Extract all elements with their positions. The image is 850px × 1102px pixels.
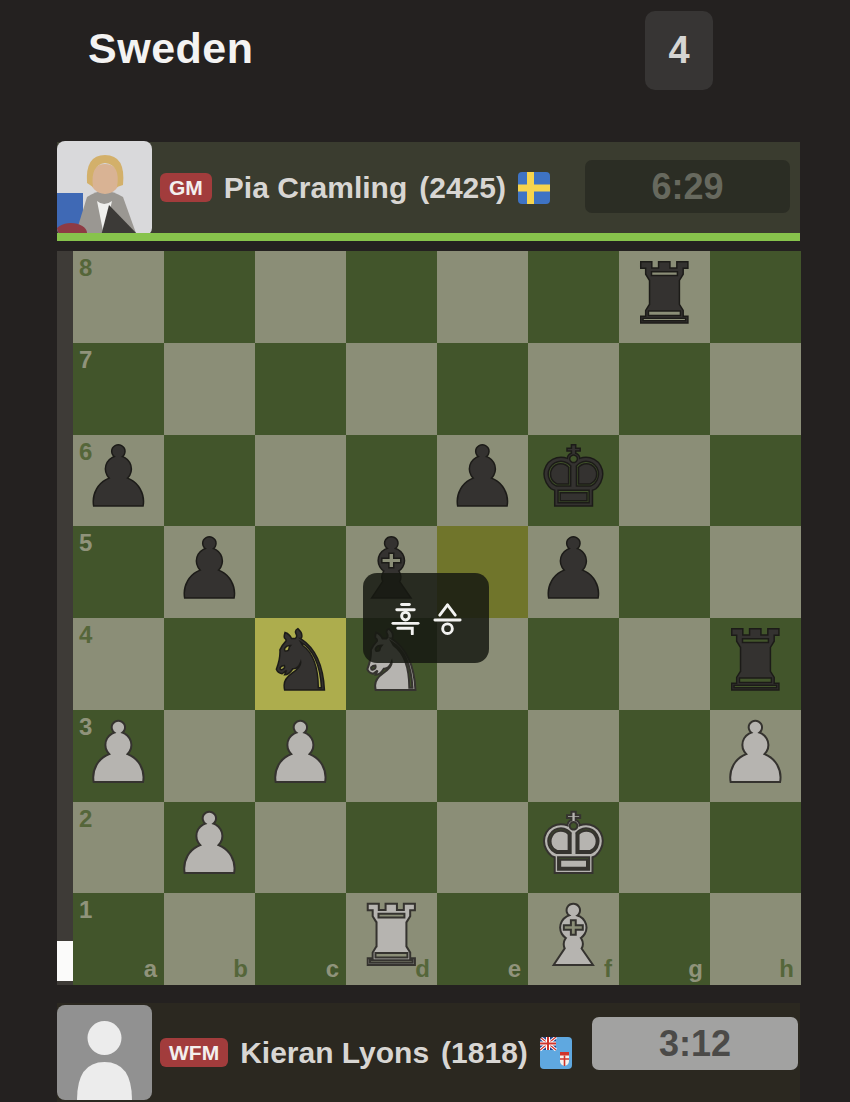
- square-c7[interactable]: [255, 343, 346, 435]
- square-f6[interactable]: ♚: [528, 435, 619, 527]
- top-player-info: GM Pia Cramling (2425): [160, 142, 580, 233]
- file-label: d: [415, 957, 430, 981]
- square-b4[interactable]: [164, 618, 255, 710]
- square-a7[interactable]: 7: [73, 343, 164, 435]
- sweden-flag-icon: [518, 172, 550, 204]
- black-rook: ♜: [710, 618, 801, 710]
- bottom-player-name: Kieran Lyons: [240, 1036, 429, 1070]
- avatar-placeholder-icon: [57, 1005, 152, 1100]
- file-label: c: [326, 957, 339, 981]
- square-b5[interactable]: ♟: [164, 526, 255, 618]
- top-player-clock: 6:29: [585, 160, 790, 213]
- square-d6[interactable]: [346, 435, 437, 527]
- black-pawn: ♟: [164, 526, 255, 618]
- board-area: 8♜76♟♟♚5♟♝♟4♞♞♜3♟♟♟2♟♚1abcd♜ef♝gh 흑 승: [57, 251, 801, 985]
- square-e8[interactable]: [437, 251, 528, 343]
- rank-label: 4: [79, 623, 92, 647]
- square-h6[interactable]: [710, 435, 801, 527]
- square-a4[interactable]: 4: [73, 618, 164, 710]
- square-b1[interactable]: b: [164, 893, 255, 985]
- square-c4[interactable]: ♞: [255, 618, 346, 710]
- file-label: h: [779, 957, 794, 981]
- square-f5[interactable]: ♟: [528, 526, 619, 618]
- white-king: ♚: [528, 802, 619, 894]
- top-player-name: Pia Cramling: [224, 171, 407, 205]
- square-g7[interactable]: [619, 343, 710, 435]
- square-h4[interactable]: ♜: [710, 618, 801, 710]
- square-b6[interactable]: [164, 435, 255, 527]
- hangul-heuk-glyph: [390, 602, 421, 635]
- square-e2[interactable]: [437, 802, 528, 894]
- square-g8[interactable]: ♜: [619, 251, 710, 343]
- bottom-player-title-badge: WFM: [160, 1038, 228, 1067]
- square-g2[interactable]: [619, 802, 710, 894]
- square-b8[interactable]: [164, 251, 255, 343]
- square-c2[interactable]: [255, 802, 346, 894]
- rank-label: 5: [79, 531, 92, 555]
- square-d3[interactable]: [346, 710, 437, 802]
- white-pawn: ♟: [164, 802, 255, 894]
- square-h3[interactable]: ♟: [710, 710, 801, 802]
- black-rook: ♜: [619, 251, 710, 343]
- square-c6[interactable]: [255, 435, 346, 527]
- black-pawn: ♟: [437, 435, 528, 527]
- file-label: a: [144, 957, 157, 981]
- result-tooltip: 흑 승: [363, 573, 489, 663]
- rank-label: 8: [79, 256, 92, 280]
- match-header: Sweden 4: [0, 0, 850, 120]
- square-g6[interactable]: [619, 435, 710, 527]
- bottom-player-avatar: [57, 1005, 152, 1100]
- player-bar-bottom[interactable]: WFM Kieran Lyons (1818) 3:12: [57, 1003, 800, 1102]
- board-count-badge[interactable]: 4: [645, 11, 713, 90]
- file-label: b: [233, 957, 248, 981]
- square-h7[interactable]: [710, 343, 801, 435]
- square-c5[interactable]: [255, 526, 346, 618]
- file-label: e: [508, 957, 521, 981]
- square-e3[interactable]: [437, 710, 528, 802]
- rank-label: 1: [79, 898, 92, 922]
- square-d7[interactable]: [346, 343, 437, 435]
- square-f2[interactable]: ♚: [528, 802, 619, 894]
- square-c8[interactable]: [255, 251, 346, 343]
- square-g5[interactable]: [619, 526, 710, 618]
- top-player-title-badge: GM: [160, 173, 212, 202]
- hangul-seung-glyph: [432, 602, 463, 635]
- square-a3[interactable]: 3♟: [73, 710, 164, 802]
- square-b7[interactable]: [164, 343, 255, 435]
- evaluation-bar-white-segment: [57, 941, 73, 981]
- white-pawn: ♟: [255, 710, 346, 802]
- square-a2[interactable]: 2: [73, 802, 164, 894]
- avatar-photo: [57, 141, 152, 236]
- square-c1[interactable]: c: [255, 893, 346, 985]
- square-d1[interactable]: d♜: [346, 893, 437, 985]
- square-d2[interactable]: [346, 802, 437, 894]
- black-pawn: ♟: [528, 526, 619, 618]
- square-e7[interactable]: [437, 343, 528, 435]
- square-a1[interactable]: 1a: [73, 893, 164, 985]
- fiji-flag-icon: [540, 1037, 572, 1069]
- square-f4[interactable]: [528, 618, 619, 710]
- square-a6[interactable]: 6♟: [73, 435, 164, 527]
- square-g3[interactable]: [619, 710, 710, 802]
- square-f8[interactable]: [528, 251, 619, 343]
- match-title: Sweden: [88, 24, 254, 73]
- square-h5[interactable]: [710, 526, 801, 618]
- top-player-rating: (2425): [419, 171, 506, 205]
- file-label: g: [688, 957, 703, 981]
- square-f7[interactable]: [528, 343, 619, 435]
- black-knight: ♞: [255, 618, 346, 710]
- rank-label: 3: [79, 715, 92, 739]
- black-king: ♚: [528, 435, 619, 527]
- file-label: f: [604, 957, 612, 981]
- chess-match-screen: Sweden 4 GM Pia Cramling (2425): [0, 0, 850, 1102]
- square-f3[interactable]: [528, 710, 619, 802]
- result-tooltip-text: 흑 승: [426, 618, 427, 619]
- rank-label: 6: [79, 440, 92, 464]
- bottom-player-rating: (1818): [441, 1036, 528, 1070]
- square-b2[interactable]: ♟: [164, 802, 255, 894]
- square-e6[interactable]: ♟: [437, 435, 528, 527]
- square-g4[interactable]: [619, 618, 710, 710]
- square-d8[interactable]: [346, 251, 437, 343]
- top-player-avatar: [57, 141, 152, 236]
- evaluation-bar: [57, 251, 73, 985]
- square-b3[interactable]: [164, 710, 255, 802]
- bottom-player-info: WFM Kieran Lyons (1818): [160, 1003, 580, 1102]
- rank-label: 2: [79, 807, 92, 831]
- time-progress-bar: [57, 233, 800, 241]
- square-e1[interactable]: e: [437, 893, 528, 985]
- white-pawn: ♟: [710, 710, 801, 802]
- square-f1[interactable]: f♝: [528, 893, 619, 985]
- bottom-player-clock: 3:12: [592, 1017, 798, 1070]
- square-h2[interactable]: [710, 802, 801, 894]
- square-c3[interactable]: ♟: [255, 710, 346, 802]
- square-a5[interactable]: 5: [73, 526, 164, 618]
- square-g1[interactable]: g: [619, 893, 710, 985]
- square-h8[interactable]: [710, 251, 801, 343]
- square-a8[interactable]: 8: [73, 251, 164, 343]
- square-h1[interactable]: h: [710, 893, 801, 985]
- rank-label: 7: [79, 348, 92, 372]
- player-bar-top[interactable]: GM Pia Cramling (2425) 6:29: [57, 142, 800, 233]
